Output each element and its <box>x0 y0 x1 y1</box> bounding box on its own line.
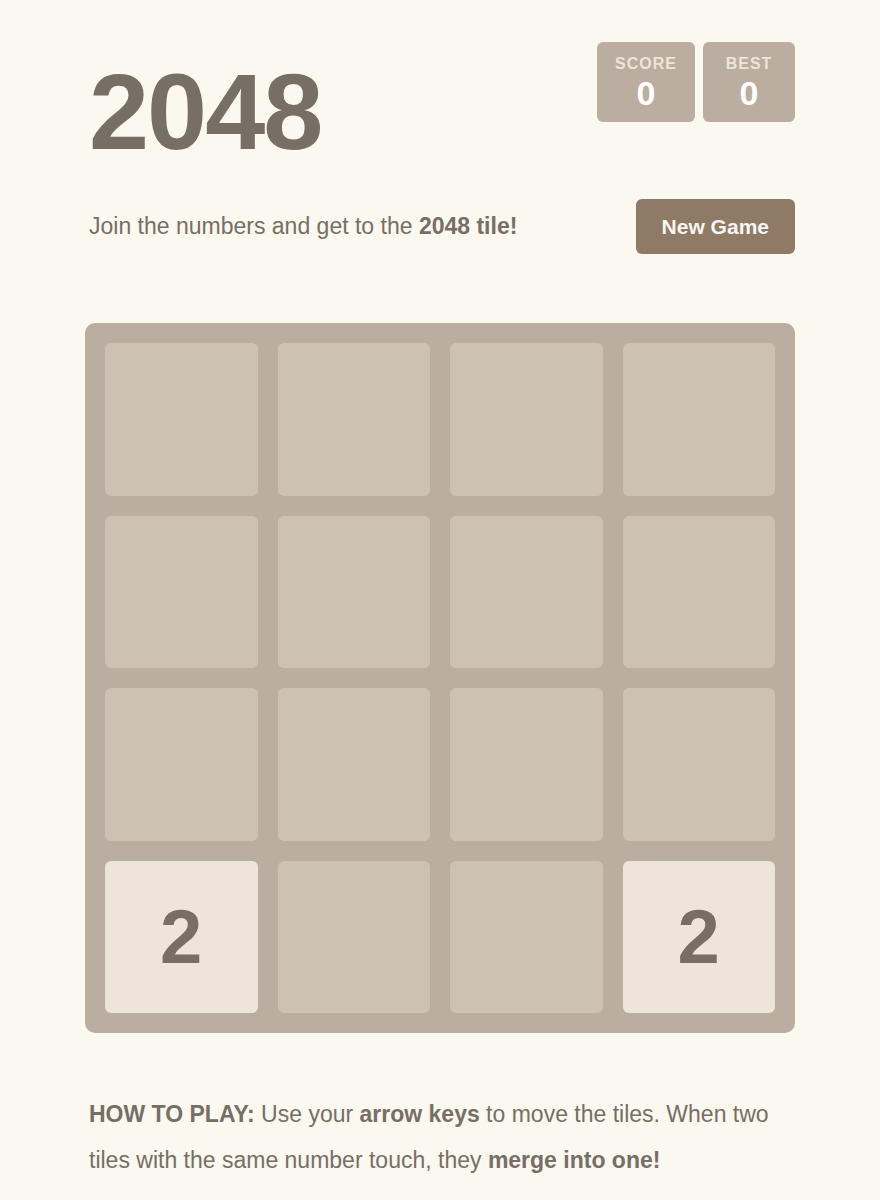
grid-cell <box>278 861 431 1014</box>
how-to-play: HOW TO PLAY: Use your arrow keys to move… <box>89 1091 795 1183</box>
grid-cell <box>450 688 603 841</box>
grid-cell <box>278 688 431 841</box>
page-container: 2048 SCORE 0 BEST 0 Join the numbers and… <box>85 0 795 1183</box>
header: 2048 SCORE 0 BEST 0 <box>85 0 795 152</box>
grid-cell <box>278 516 431 669</box>
grid-cell <box>450 516 603 669</box>
grid-cell <box>105 516 258 669</box>
grid-cell <box>278 343 431 496</box>
grid-cell <box>450 861 603 1014</box>
score-container: SCORE 0 BEST 0 <box>597 42 795 122</box>
tile-2: 2 <box>105 861 258 1014</box>
best-value: 0 <box>740 76 759 110</box>
score-value: 0 <box>637 76 656 110</box>
best-label: BEST <box>726 55 773 73</box>
score-label: SCORE <box>615 55 677 73</box>
best-box: BEST 0 <box>703 42 795 122</box>
new-game-button[interactable]: New Game <box>636 199 795 254</box>
game-board[interactable]: 22 <box>85 323 795 1033</box>
htp-bold-2: arrow keys <box>360 1101 480 1127</box>
intro-row: Join the numbers and get to the 2048 til… <box>85 190 795 263</box>
grid-cell <box>105 343 258 496</box>
game-title: 2048 <box>89 72 321 152</box>
htp-bold-3: merge into one! <box>488 1147 661 1173</box>
intro-text-plain: Join the numbers and get to the <box>89 213 419 239</box>
tile-2: 2 <box>623 861 776 1014</box>
htp-bold-1: HOW TO PLAY: <box>89 1101 255 1127</box>
htp-text-1: Use your <box>255 1101 360 1127</box>
grid-cell <box>450 343 603 496</box>
score-box: SCORE 0 <box>597 42 695 122</box>
grid-cell <box>623 516 776 669</box>
intro-text: Join the numbers and get to the 2048 til… <box>89 213 517 240</box>
grid-cell <box>623 343 776 496</box>
grid-cell <box>623 688 776 841</box>
intro-text-bold: 2048 tile! <box>419 213 517 239</box>
grid-cell <box>105 688 258 841</box>
